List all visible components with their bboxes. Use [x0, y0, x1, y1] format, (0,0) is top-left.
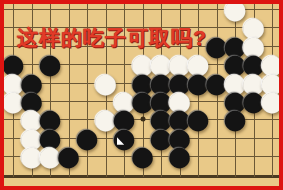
problem-caption: 这样的吃子可取吗?: [17, 24, 227, 52]
triangle-marker-icon: [117, 136, 126, 145]
white-stone: ●: [262, 91, 282, 111]
black-stone: ●: [225, 109, 245, 129]
black-stone: ●: [133, 146, 153, 166]
screenshot-frame: ●●●●●●●●●●●●●●●●●●●●●●●●●●●●●●●●●●●●●●●●…: [0, 0, 283, 190]
star-point: [140, 117, 145, 122]
black-stone: ●: [59, 146, 79, 166]
black-stone: ●: [170, 146, 190, 166]
board-bottom-edge-line: [0, 175, 283, 178]
